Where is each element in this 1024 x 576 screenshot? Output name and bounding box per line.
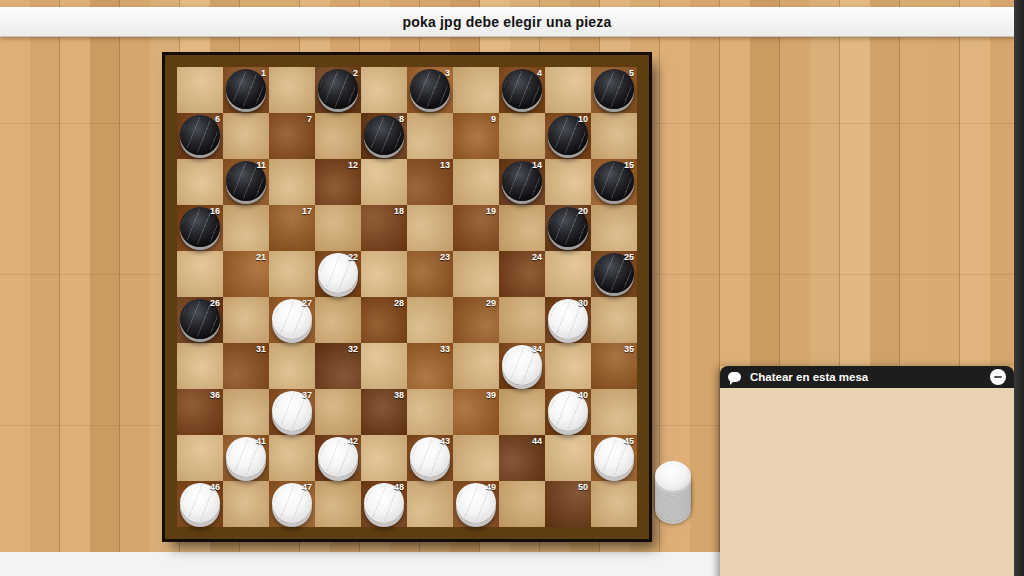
square-40[interactable]: 40 [545,389,591,435]
square-number: 4 [537,68,542,78]
square-33[interactable]: 33 [407,343,453,389]
square-6[interactable]: 6 [177,113,223,159]
light-square [545,67,591,113]
light-square [223,481,269,527]
minimize-icon [994,376,1002,378]
square-12[interactable]: 12 [315,159,361,205]
light-square [223,205,269,251]
light-square [591,481,637,527]
square-50[interactable]: 50 [545,481,591,527]
square-number: 34 [532,344,542,354]
chat-title: Chatear en esta mesa [750,371,990,383]
square-15[interactable]: 15 [591,159,637,205]
square-29[interactable]: 29 [453,297,499,343]
right-edge-strip [1014,0,1024,576]
square-number: 19 [486,206,496,216]
square-number: 8 [399,114,404,124]
square-number: 26 [210,298,220,308]
square-number: 15 [624,160,634,170]
status-message: poka jpg debe elegir una pieza [402,14,611,30]
chat-window: Chatear en esta mesa [720,366,1014,576]
light-square [269,159,315,205]
light-square [361,251,407,297]
square-19[interactable]: 19 [453,205,499,251]
light-square [591,113,637,159]
square-18[interactable]: 18 [361,205,407,251]
square-17[interactable]: 17 [269,205,315,251]
square-number: 25 [624,252,634,262]
square-37[interactable]: 37 [269,389,315,435]
square-number: 14 [532,160,542,170]
square-39[interactable]: 39 [453,389,499,435]
square-number: 39 [486,390,496,400]
square-number: 31 [256,344,266,354]
light-square [407,297,453,343]
captured-white-stack [655,461,691,523]
square-number: 21 [256,252,266,262]
square-number: 36 [210,390,220,400]
square-number: 27 [302,298,312,308]
square-11[interactable]: 11 [223,159,269,205]
square-22[interactable]: 22 [315,251,361,297]
square-number: 47 [302,482,312,492]
square-number: 43 [440,436,450,446]
light-square [407,389,453,435]
light-square [223,297,269,343]
square-number: 2 [353,68,358,78]
square-number: 16 [210,206,220,216]
square-25[interactable]: 25 [591,251,637,297]
chat-minimize-button[interactable] [990,369,1006,385]
light-square [177,251,223,297]
square-34[interactable]: 34 [499,343,545,389]
light-square [315,205,361,251]
square-20[interactable]: 20 [545,205,591,251]
square-number: 5 [629,68,634,78]
square-number: 12 [348,160,358,170]
light-square [545,159,591,205]
game-table: poka jpg debe elegir una pieza 123456789… [0,0,1024,576]
light-square [315,113,361,159]
square-9[interactable]: 9 [453,113,499,159]
light-square [407,113,453,159]
square-43[interactable]: 43 [407,435,453,481]
square-46[interactable]: 46 [177,481,223,527]
square-35[interactable]: 35 [591,343,637,389]
square-2[interactable]: 2 [315,67,361,113]
light-square [361,343,407,389]
square-number: 17 [302,206,312,216]
light-square [545,435,591,481]
light-square [499,205,545,251]
square-16[interactable]: 16 [177,205,223,251]
square-31[interactable]: 31 [223,343,269,389]
light-square [591,297,637,343]
square-number: 3 [445,68,450,78]
light-square [223,113,269,159]
square-number: 45 [624,436,634,446]
square-number: 11 [256,160,266,170]
light-square [269,435,315,481]
light-square [315,481,361,527]
light-square [545,343,591,389]
square-36[interactable]: 36 [177,389,223,435]
square-number: 37 [302,390,312,400]
square-number: 42 [348,436,358,446]
square-1[interactable]: 1 [223,67,269,113]
square-number: 18 [394,206,404,216]
square-28[interactable]: 28 [361,297,407,343]
square-number: 40 [578,390,588,400]
light-square [223,389,269,435]
square-47[interactable]: 47 [269,481,315,527]
square-44[interactable]: 44 [499,435,545,481]
square-5[interactable]: 5 [591,67,637,113]
square-number: 41 [256,436,266,446]
square-10[interactable]: 10 [545,113,591,159]
square-14[interactable]: 14 [499,159,545,205]
square-7[interactable]: 7 [269,113,315,159]
square-number: 13 [440,160,450,170]
light-square [315,297,361,343]
square-number: 29 [486,298,496,308]
light-square [361,435,407,481]
light-square [177,435,223,481]
board-frame: 1234567891011121314151617181920212223242… [165,55,649,539]
light-square [269,67,315,113]
captured-white-disc [655,461,691,491]
square-number: 28 [394,298,404,308]
light-square [361,67,407,113]
light-square [453,343,499,389]
square-41[interactable]: 41 [223,435,269,481]
chat-header[interactable]: Chatear en esta mesa [720,366,1014,388]
light-square [407,481,453,527]
square-32[interactable]: 32 [315,343,361,389]
square-number: 9 [491,114,496,124]
square-27[interactable]: 27 [269,297,315,343]
square-number: 7 [307,114,312,124]
square-4[interactable]: 4 [499,67,545,113]
light-square [499,113,545,159]
square-26[interactable]: 26 [177,297,223,343]
light-square [453,435,499,481]
light-square [361,159,407,205]
square-3[interactable]: 3 [407,67,453,113]
square-number: 49 [486,482,496,492]
square-48[interactable]: 48 [361,481,407,527]
light-square [269,343,315,389]
square-number: 50 [578,482,588,492]
status-bar: poka jpg debe elegir una pieza [0,7,1014,37]
light-square [177,343,223,389]
square-number: 38 [394,390,404,400]
light-square [177,67,223,113]
square-number: 44 [532,436,542,446]
square-number: 30 [578,298,588,308]
square-number: 20 [578,206,588,216]
chat-messages-area [720,388,1014,576]
light-square [499,481,545,527]
square-23[interactable]: 23 [407,251,453,297]
square-8[interactable]: 8 [361,113,407,159]
square-number: 6 [215,114,220,124]
square-number: 46 [210,482,220,492]
square-number: 23 [440,252,450,262]
square-42[interactable]: 42 [315,435,361,481]
square-13[interactable]: 13 [407,159,453,205]
square-number: 48 [394,482,404,492]
light-square [499,389,545,435]
light-square [545,251,591,297]
light-square [591,389,637,435]
square-number: 22 [348,252,358,262]
square-45[interactable]: 45 [591,435,637,481]
square-24[interactable]: 24 [499,251,545,297]
square-number: 10 [578,114,588,124]
draughts-board: 1234567891011121314151617181920212223242… [177,67,637,527]
light-square [315,389,361,435]
square-30[interactable]: 30 [545,297,591,343]
light-square [453,67,499,113]
square-number: 33 [440,344,450,354]
square-number: 32 [348,344,358,354]
square-38[interactable]: 38 [361,389,407,435]
light-square [499,297,545,343]
chat-bubble-icon [728,372,741,382]
light-square [407,205,453,251]
square-number: 1 [261,68,266,78]
square-number: 35 [624,344,634,354]
square-49[interactable]: 49 [453,481,499,527]
square-21[interactable]: 21 [223,251,269,297]
light-square [269,251,315,297]
light-square [177,159,223,205]
square-number: 24 [532,252,542,262]
light-square [453,251,499,297]
light-square [591,205,637,251]
light-square [453,159,499,205]
